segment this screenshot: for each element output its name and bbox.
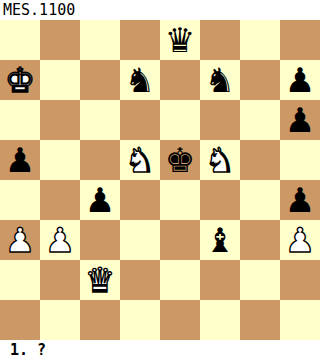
- square-d7[interactable]: ♞: [120, 60, 160, 100]
- black-pawn-h4: ♟: [285, 180, 315, 220]
- square-f8[interactable]: [200, 20, 240, 60]
- white-pawn-h3: ♟: [285, 220, 315, 260]
- square-h4[interactable]: ♟: [280, 180, 320, 220]
- black-queen-e8: ♛: [165, 20, 195, 60]
- white-queen-c2: ♛: [85, 260, 115, 300]
- black-pawn-h7: ♟: [285, 60, 315, 100]
- square-g4[interactable]: [240, 180, 280, 220]
- square-c7[interactable]: [80, 60, 120, 100]
- square-b6[interactable]: [40, 100, 80, 140]
- square-g7[interactable]: [240, 60, 280, 100]
- chess-board: ♛♚♞♞♟♟♟♞♚♞♟♟♟♟♝♟♛: [0, 20, 320, 340]
- square-a5[interactable]: ♟: [0, 140, 40, 180]
- square-h2[interactable]: [280, 260, 320, 300]
- square-h7[interactable]: ♟: [280, 60, 320, 100]
- square-a6[interactable]: [0, 100, 40, 140]
- black-pawn-a5: ♟: [5, 140, 35, 180]
- square-f1[interactable]: [200, 300, 240, 340]
- square-f2[interactable]: [200, 260, 240, 300]
- square-g2[interactable]: [240, 260, 280, 300]
- square-f6[interactable]: [200, 100, 240, 140]
- square-e3[interactable]: [160, 220, 200, 260]
- black-knight-f7: ♞: [205, 60, 235, 100]
- square-e8[interactable]: ♛: [160, 20, 200, 60]
- square-a1[interactable]: [0, 300, 40, 340]
- square-b1[interactable]: [40, 300, 80, 340]
- square-g6[interactable]: [240, 100, 280, 140]
- square-d3[interactable]: [120, 220, 160, 260]
- square-h8[interactable]: [280, 20, 320, 60]
- black-pawn-c4: ♟: [85, 180, 115, 220]
- square-d4[interactable]: [120, 180, 160, 220]
- square-b4[interactable]: [40, 180, 80, 220]
- black-pawn-h6: ♟: [285, 100, 315, 140]
- square-f5[interactable]: ♞: [200, 140, 240, 180]
- square-a8[interactable]: [0, 20, 40, 60]
- square-c4[interactable]: ♟: [80, 180, 120, 220]
- square-e7[interactable]: [160, 60, 200, 100]
- square-d8[interactable]: [120, 20, 160, 60]
- square-f4[interactable]: [200, 180, 240, 220]
- square-b8[interactable]: [40, 20, 80, 60]
- square-e5[interactable]: ♚: [160, 140, 200, 180]
- square-c6[interactable]: [80, 100, 120, 140]
- square-c3[interactable]: [80, 220, 120, 260]
- square-b5[interactable]: [40, 140, 80, 180]
- black-king-e5: ♚: [165, 140, 195, 180]
- square-d2[interactable]: [120, 260, 160, 300]
- square-a2[interactable]: [0, 260, 40, 300]
- square-d5[interactable]: ♞: [120, 140, 160, 180]
- square-e4[interactable]: [160, 180, 200, 220]
- square-e6[interactable]: [160, 100, 200, 140]
- square-f3[interactable]: ♝: [200, 220, 240, 260]
- square-h1[interactable]: [280, 300, 320, 340]
- square-d6[interactable]: [120, 100, 160, 140]
- square-h6[interactable]: ♟: [280, 100, 320, 140]
- square-e1[interactable]: [160, 300, 200, 340]
- square-c1[interactable]: [80, 300, 120, 340]
- square-h5[interactable]: [280, 140, 320, 180]
- square-g5[interactable]: [240, 140, 280, 180]
- square-g3[interactable]: [240, 220, 280, 260]
- square-a7[interactable]: ♚: [0, 60, 40, 100]
- square-b7[interactable]: [40, 60, 80, 100]
- square-b2[interactable]: [40, 260, 80, 300]
- square-e2[interactable]: [160, 260, 200, 300]
- square-a3[interactable]: ♟: [0, 220, 40, 260]
- square-c2[interactable]: ♛: [80, 260, 120, 300]
- black-bishop-f3: ♝: [205, 220, 235, 260]
- move-prompt: 1. ?: [0, 340, 320, 360]
- square-c8[interactable]: [80, 20, 120, 60]
- white-pawn-b3: ♟: [45, 220, 75, 260]
- square-b3[interactable]: ♟: [40, 220, 80, 260]
- square-f7[interactable]: ♞: [200, 60, 240, 100]
- square-h3[interactable]: ♟: [280, 220, 320, 260]
- black-knight-d7: ♞: [125, 60, 155, 100]
- square-g1[interactable]: [240, 300, 280, 340]
- square-a4[interactable]: [0, 180, 40, 220]
- white-pawn-a3: ♟: [5, 220, 35, 260]
- white-king-a7: ♚: [5, 60, 35, 100]
- puzzle-title: MES.1100: [0, 0, 320, 20]
- white-knight-f5: ♞: [205, 140, 235, 180]
- white-knight-d5: ♞: [125, 140, 155, 180]
- square-c5[interactable]: [80, 140, 120, 180]
- square-d1[interactable]: [120, 300, 160, 340]
- square-g8[interactable]: [240, 20, 280, 60]
